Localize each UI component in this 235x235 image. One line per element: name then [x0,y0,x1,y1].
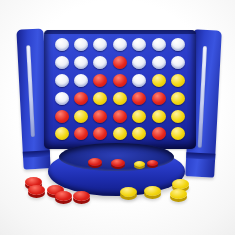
left-post-notch [23,150,50,157]
hole-r5c7-yellow [171,110,185,123]
tray-disc-red-1 [88,158,102,166]
hole-r1c4-empty [113,38,127,51]
hole-r3c4-red [113,74,127,87]
hole-r3c3-red [93,74,107,87]
board-grid-panel [44,30,196,149]
hole-r4c5-red [132,92,146,105]
loose-disc-red-4 [55,191,72,201]
hole-r2c3-empty [93,56,107,69]
disc-tray [48,138,185,196]
hole-r3c6-yellow [152,74,166,87]
hole-r2c7-empty [171,56,185,69]
hole-r3c1-empty [55,74,69,87]
hole-r1c5-empty [132,38,146,51]
right-post-notch [186,152,215,160]
hole-r1c3-empty [93,38,107,51]
hole-r3c2-empty [74,74,88,87]
hole-r2c5-empty [132,56,146,69]
hole-r5c4-red [113,110,127,123]
hole-r3c5-empty [132,74,146,87]
hole-r4c7-yellow [171,92,185,105]
hole-r3c7-yellow [171,74,185,87]
hole-r5c5-yellow [132,110,146,123]
hole-r4c6-red [152,92,166,105]
connect-four-travel-game-photo [0,0,235,235]
hole-r4c2-red [74,92,88,105]
hole-r1c2-empty [74,38,88,51]
tray-disc-red-4 [147,160,158,166]
loose-disc-red-5 [73,191,90,201]
board-holes-grid [52,36,188,143]
right-post-slot [198,46,207,148]
loose-disc-yellow-7 [170,189,187,199]
hole-r1c6-empty [152,38,166,51]
hole-r5c6-yellow [152,110,166,123]
loose-disc-yellow-6 [172,179,189,189]
hole-r2c4-red [113,56,127,69]
hole-r4c3-yellow [93,92,107,105]
tray-disc-yellow-3 [134,161,145,167]
loose-disc-red-2 [28,185,45,195]
hole-r5c2-yellow [74,110,88,123]
left-post-slot [26,45,35,137]
hole-r5c1-red [55,110,69,123]
tray-disc-red-2 [111,159,125,167]
loose-disc-yellow-9 [120,187,137,197]
hole-r1c1-empty [55,38,69,51]
hole-r2c2-empty [74,56,88,69]
hole-r4c4-yellow [113,92,127,105]
hole-r2c1-empty [55,56,69,69]
hole-r4c1-empty [55,92,69,105]
panel-top-rail [44,30,196,34]
hole-r5c3-red [93,110,107,123]
hole-r1c7-empty [171,38,185,51]
hole-r2c6-empty [152,56,166,69]
loose-disc-yellow-8 [144,186,161,196]
